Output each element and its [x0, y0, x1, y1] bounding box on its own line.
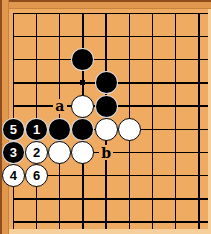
- white-stone: 4: [2, 164, 25, 187]
- board-frame-right: [208, 0, 211, 234]
- grid-line-h: [13, 36, 208, 37]
- hoshi-marker: [80, 80, 85, 85]
- point-label-a: a: [53, 99, 67, 114]
- grid-line-v: [152, 13, 153, 229]
- go-board-diagram: ab513246: [0, 0, 211, 234]
- board-frame-bottom: [0, 229, 211, 234]
- grid-line-v: [198, 13, 199, 229]
- white-stone: [71, 141, 94, 164]
- grid-line-h: [13, 221, 208, 222]
- move-number-label: 4: [10, 169, 17, 182]
- move-number-label: 1: [33, 123, 40, 136]
- grid-line-h: [13, 13, 208, 14]
- grid-line-h: [13, 59, 208, 60]
- move-number-label: 2: [33, 146, 40, 159]
- white-stone: 6: [25, 164, 48, 187]
- black-stone: 1: [25, 118, 48, 141]
- move-number-label: 6: [33, 169, 40, 182]
- move-number-label: 3: [10, 146, 17, 159]
- black-stone: 3: [2, 141, 25, 164]
- black-stone: [71, 118, 94, 141]
- move-number-label: 5: [10, 123, 17, 136]
- black-stone: [48, 118, 71, 141]
- white-stone: [71, 95, 94, 118]
- black-stone: [95, 95, 118, 118]
- white-stone: [118, 118, 141, 141]
- black-stone: 5: [2, 118, 25, 141]
- white-stone: [95, 118, 118, 141]
- grid-line-h: [13, 198, 208, 199]
- board-frame-left: [0, 0, 9, 234]
- grid-line-v: [175, 13, 176, 229]
- point-label-b: b: [99, 145, 113, 160]
- white-stone: 2: [25, 141, 48, 164]
- board-frame-top: [0, 0, 211, 9]
- white-stone: [48, 141, 71, 164]
- black-stone: [71, 48, 94, 71]
- black-stone: [95, 71, 118, 94]
- go-board: ab513246: [0, 0, 211, 234]
